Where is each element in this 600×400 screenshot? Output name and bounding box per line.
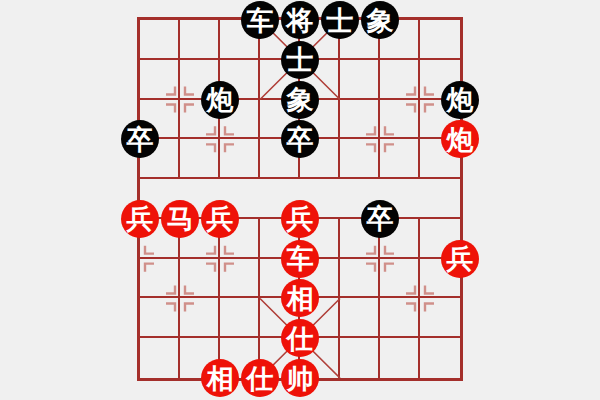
piece-red-soldier[interactable]: 兵 (121, 200, 159, 238)
piece-red-elephant[interactable]: 相 (281, 279, 319, 317)
piece-red-chariot[interactable]: 车 (281, 240, 319, 278)
piece-red-soldier[interactable]: 兵 (281, 200, 319, 238)
piece-red-advisor[interactable]: 仕 (241, 359, 279, 397)
piece-black-elephant[interactable]: 象 (281, 81, 319, 119)
piece-black-advisor[interactable]: 士 (321, 1, 359, 39)
piece-red-cannon[interactable]: 炮 (441, 120, 479, 158)
xiangqi-board: 车将士象士炮象炮卒卒炮兵马兵兵卒车兵相仕相仕帅 (137, 17, 463, 381)
piece-black-soldier[interactable]: 卒 (281, 120, 319, 158)
piece-black-cannon[interactable]: 炮 (441, 81, 479, 119)
piece-black-cannon[interactable]: 炮 (201, 81, 239, 119)
piece-red-elephant[interactable]: 相 (201, 359, 239, 397)
piece-red-soldier[interactable]: 兵 (441, 240, 479, 278)
piece-black-chariot[interactable]: 车 (241, 1, 279, 39)
app-screen: 车将士象士炮象炮卒卒炮兵马兵兵卒车兵相仕相仕帅 (0, 0, 600, 400)
piece-black-advisor[interactable]: 士 (281, 41, 319, 79)
piece-black-elephant[interactable]: 象 (361, 1, 399, 39)
piece-red-advisor[interactable]: 仕 (281, 319, 319, 357)
piece-black-soldier[interactable]: 卒 (121, 120, 159, 158)
piece-black-general[interactable]: 将 (281, 1, 319, 39)
piece-black-soldier[interactable]: 卒 (361, 200, 399, 238)
pieces-layer: 车将士象士炮象炮卒卒炮兵马兵兵卒车兵相仕相仕帅 (140, 20, 460, 378)
piece-red-general[interactable]: 帅 (281, 359, 319, 397)
piece-red-horse[interactable]: 马 (161, 200, 199, 238)
piece-red-soldier[interactable]: 兵 (201, 200, 239, 238)
